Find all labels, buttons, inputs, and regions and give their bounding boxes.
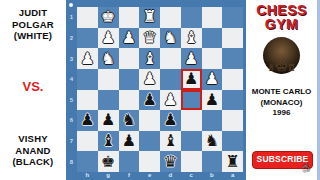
- board-grid: ♚♜♟♟♛♞♝♟♞♝♟♟♟♟♟♟♟♟♟♞♟♝♟♝♞♚♛♜: [77, 7, 243, 172]
- square-h7: [77, 131, 98, 152]
- black-pawn: ♟: [101, 112, 115, 128]
- black-player-line: (BLACK): [0, 156, 66, 168]
- square-f6: ♞: [119, 110, 140, 131]
- square-e3: ♝: [139, 48, 160, 69]
- white-bishop: ♝: [142, 51, 156, 67]
- square-a6: [222, 110, 243, 131]
- square-e8: [139, 151, 160, 172]
- square-h8: [77, 151, 98, 172]
- white-player-line: POLGAR: [0, 19, 66, 31]
- square-c5: [181, 90, 202, 111]
- square-c8: [181, 151, 202, 172]
- square-e6: [139, 110, 160, 131]
- black-player-line: VISHY: [0, 133, 66, 145]
- square-a7: [222, 131, 243, 152]
- square-g1: ♚: [98, 7, 119, 28]
- square-c7: [181, 131, 202, 152]
- square-f2: ♟: [119, 28, 140, 49]
- black-pawn: ♟: [184, 71, 198, 87]
- square-b5: ♟: [202, 90, 223, 111]
- white-pawn: ♟: [122, 30, 136, 46]
- black-pawn: ♟: [205, 92, 219, 108]
- white-knight: ♞: [163, 30, 177, 46]
- file-labels: hgfedcba: [77, 171, 243, 180]
- black-knight: ♞: [205, 133, 219, 149]
- square-a1: [222, 7, 243, 28]
- square-g4: [98, 69, 119, 90]
- square-h2: [77, 28, 98, 49]
- rank-label-4: 4: [66, 69, 77, 90]
- square-g2: ♟: [98, 28, 119, 49]
- white-pawn: ♟: [163, 92, 177, 108]
- black-player-label: VISHY ANAND (BLACK): [0, 133, 66, 168]
- white-pawn: ♟: [101, 30, 115, 46]
- file-label-g: g: [98, 171, 119, 180]
- channel-brand-logo: CHESS GYM: [246, 3, 317, 31]
- square-a8: ♜: [222, 151, 243, 172]
- black-bishop: ♝: [163, 133, 177, 149]
- file-label-d: d: [160, 171, 181, 180]
- square-c3: ♟: [181, 48, 202, 69]
- square-h6: ♟: [77, 110, 98, 131]
- square-a5: [222, 90, 243, 111]
- square-d2: ♞: [160, 28, 181, 49]
- square-f7: ♟: [119, 131, 140, 152]
- white-player-label: JUDIT POLGAR (WHITE): [0, 7, 66, 42]
- brand-line: CHESS: [246, 3, 317, 17]
- white-pawn: ♟: [184, 51, 198, 67]
- square-b2: [202, 28, 223, 49]
- black-player-line: ANAND: [0, 145, 66, 157]
- square-f3: [119, 48, 140, 69]
- white-rook: ♜: [142, 9, 156, 25]
- square-e7: [139, 131, 160, 152]
- rank-label-8: 8: [66, 151, 77, 172]
- event-line: MONTE CARLO: [246, 87, 317, 98]
- square-b1: [202, 7, 223, 28]
- square-c6: [181, 110, 202, 131]
- square-h3: ♟: [77, 48, 98, 69]
- square-g5: [98, 90, 119, 111]
- square-b6: [202, 110, 223, 131]
- white-queen: ♛: [142, 30, 156, 46]
- square-d7: ♝: [160, 131, 181, 152]
- black-bishop: ♝: [101, 133, 115, 149]
- square-f1: [119, 7, 140, 28]
- rank-labels: 12345678: [66, 7, 77, 172]
- rank-label-7: 7: [66, 131, 77, 152]
- rank-label-5: 5: [66, 90, 77, 111]
- brand-line: GYM: [246, 17, 317, 31]
- chess-pieces-logo-icon: ♝ ♚ ♜: [263, 37, 300, 74]
- file-label-b: b: [202, 171, 223, 180]
- square-c2: ♝: [181, 28, 202, 49]
- square-d3: [160, 48, 181, 69]
- square-d6: ♟: [160, 110, 181, 131]
- square-e1: ♜: [139, 7, 160, 28]
- square-d5: ♟: [160, 90, 181, 111]
- black-knight: ♞: [122, 112, 136, 128]
- left-panel: JUDIT POLGAR (WHITE) VS. VISHY ANAND (BL…: [0, 0, 66, 180]
- square-e2: ♛: [139, 28, 160, 49]
- white-knight: ♞: [101, 51, 115, 67]
- black-king: ♚: [101, 154, 115, 170]
- white-pawn: ♟: [205, 71, 219, 87]
- black-queen: ♛: [163, 154, 177, 170]
- square-d1: [160, 7, 181, 28]
- square-g6: ♟: [98, 110, 119, 131]
- square-a3: [222, 48, 243, 69]
- vs-label: VS.: [0, 79, 66, 94]
- rook-silhouette-icon: ♜: [288, 62, 296, 74]
- rank-label-3: 3: [66, 48, 77, 69]
- square-h4: [77, 69, 98, 90]
- event-line: (MONACO): [246, 98, 317, 109]
- square-g8: ♚: [98, 151, 119, 172]
- square-e5: ♟: [139, 90, 160, 111]
- white-pawn: ♟: [142, 71, 156, 87]
- file-label-e: e: [139, 171, 160, 180]
- square-g3: ♞: [98, 48, 119, 69]
- bishop-silhouette-icon: ♝: [267, 62, 275, 74]
- square-b8: [202, 151, 223, 172]
- square-a4: [222, 69, 243, 90]
- square-d8: ♛: [160, 151, 181, 172]
- white-king: ♚: [101, 9, 115, 25]
- square-e4: ♟: [139, 69, 160, 90]
- white-player-line: JUDIT: [0, 7, 66, 19]
- square-h5: [77, 90, 98, 111]
- file-label-c: c: [181, 171, 202, 180]
- event-line: 1996: [246, 108, 317, 119]
- white-player-line: (WHITE): [0, 30, 66, 42]
- black-pawn: ♟: [80, 112, 94, 128]
- square-f5: [119, 90, 140, 111]
- rank-label-2: 2: [66, 28, 77, 49]
- square-b4: ♟: [202, 69, 223, 90]
- black-pawn: ♟: [122, 133, 136, 149]
- white-bishop: ♝: [184, 30, 198, 46]
- white-pawn: ♟: [80, 51, 94, 67]
- file-label-f: f: [119, 171, 140, 180]
- file-label-h: h: [77, 171, 98, 180]
- chess-board: 12345678 ♚♜♟♟♛♞♝♟♞♝♟♟♟♟♟♟♟♟♟♞♟♝♟♝♞♚♛♜ hg…: [66, 0, 246, 180]
- square-f4: [119, 69, 140, 90]
- black-pawn: ♟: [163, 112, 177, 128]
- square-b3: [202, 48, 223, 69]
- square-a2: [222, 28, 243, 49]
- square-g7: ♝: [98, 131, 119, 152]
- square-b7: ♞: [202, 131, 223, 152]
- file-label-a: a: [222, 171, 243, 180]
- rank-label-1: 1: [66, 7, 77, 28]
- rank-label-6: 6: [66, 110, 77, 131]
- right-panel: CHESS GYM ♝ ♚ ♜ MONTE CARLO (MONACO) 199…: [246, 0, 320, 180]
- square-f8: [119, 151, 140, 172]
- square-d4: [160, 69, 181, 90]
- black-rook: ♜: [225, 154, 239, 170]
- event-label: MONTE CARLO (MONACO) 1996: [246, 87, 317, 119]
- king-silhouette-icon: ♚: [275, 59, 288, 74]
- black-pawn: ♟: [142, 92, 156, 108]
- square-h1: [77, 7, 98, 28]
- square-c1: [181, 7, 202, 28]
- square-c4: ♟: [181, 69, 202, 90]
